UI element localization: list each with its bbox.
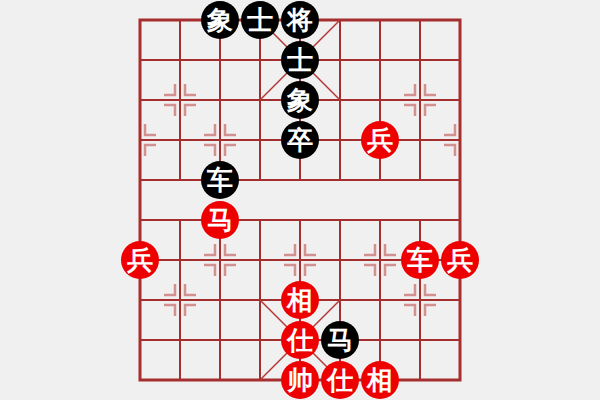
piece-black-horse-1[interactable]: 马 [321,321,359,359]
xiangqi-board-screen: 象士将士象卒兵车马兵车兵相仕马帅仕相 [0,0,600,400]
piece-red-general[interactable]: 帅 [281,361,319,399]
piece-red-soldier-2[interactable]: 兵 [121,241,159,279]
piece-red-soldier-3[interactable]: 兵 [441,241,479,279]
piece-black-elephant-2[interactable]: 象 [281,81,319,119]
piece-black-elephant-1[interactable]: 象 [201,1,239,39]
board-grid: 象士将士象卒兵车马兵车兵相仕马帅仕相 [120,0,480,400]
piece-red-elephant-2[interactable]: 相 [361,361,399,399]
piece-black-general[interactable]: 将 [281,1,319,39]
piece-red-advisor-1[interactable]: 仕 [281,321,319,359]
piece-red-advisor-2[interactable]: 仕 [321,361,359,399]
piece-black-soldier-1[interactable]: 卒 [281,121,319,159]
piece-black-chariot-1[interactable]: 车 [201,161,239,199]
piece-red-soldier-1[interactable]: 兵 [361,121,399,159]
piece-red-elephant-1[interactable]: 相 [281,281,319,319]
piece-black-advisor-1[interactable]: 士 [241,1,279,39]
piece-red-chariot-1[interactable]: 车 [401,241,439,279]
piece-red-horse-1[interactable]: 马 [201,201,239,239]
piece-black-advisor-2[interactable]: 士 [281,41,319,79]
